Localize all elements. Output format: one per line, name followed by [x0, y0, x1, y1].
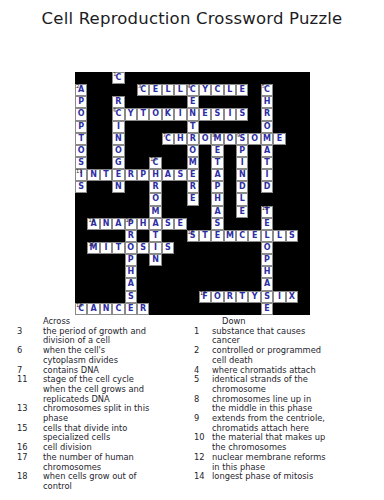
- grid-cell-black: [298, 193, 310, 205]
- cell-letter: R: [227, 293, 233, 301]
- grid-cell[interactable]: 7C: [162, 133, 174, 145]
- grid-cell[interactable]: O: [187, 145, 199, 157]
- cell-letter: E: [128, 305, 133, 313]
- grid-cell-black: [87, 266, 99, 278]
- cell-letter: E: [202, 110, 207, 118]
- grid-cell-black: [273, 96, 285, 108]
- grid-cell-black: [236, 278, 248, 290]
- grid-cell-black: [125, 181, 137, 193]
- cell-letter: A: [165, 171, 171, 179]
- grid-cell[interactable]: O: [261, 121, 273, 133]
- grid-cell[interactable]: A: [162, 169, 174, 181]
- grid-cell[interactable]: 9S: [236, 133, 248, 145]
- grid-cell-black: [187, 291, 199, 303]
- grid-cell-black: [248, 206, 260, 218]
- grid-cell[interactable]: A: [261, 278, 273, 290]
- cell-letter: O: [202, 135, 209, 143]
- grid-cell-black: [199, 96, 211, 108]
- grid-cell[interactable]: 11I: [75, 169, 87, 181]
- grid-cell[interactable]: M: [224, 230, 236, 242]
- grid-cell[interactable]: R: [125, 169, 137, 181]
- grid-cell[interactable]: 5C: [261, 84, 273, 96]
- clue-item-number: 6: [16, 346, 43, 356]
- cell-letter: O: [264, 123, 271, 131]
- grid-cell-black: [286, 133, 298, 145]
- grid-cell[interactable]: Y: [125, 108, 137, 120]
- grid-cell-black: [298, 266, 310, 278]
- grid-cell-black: [187, 242, 199, 254]
- grid-cell-black: [112, 278, 124, 290]
- grid-cell[interactable]: M: [261, 133, 273, 145]
- grid-cell[interactable]: S: [261, 291, 273, 303]
- grid-cell-black: [273, 278, 285, 290]
- grid-cell-black: [75, 218, 87, 230]
- clue-item-text: when cells grow out of control: [43, 472, 137, 491]
- grid-cell[interactable]: O: [199, 133, 211, 145]
- grid-cell[interactable]: E: [261, 303, 273, 315]
- grid-cell[interactable]: C: [236, 230, 248, 242]
- grid-cell-black: [162, 121, 174, 133]
- grid-cell[interactable]: I: [261, 169, 273, 181]
- grid-cell-black: [236, 218, 248, 230]
- grid-cell[interactable]: P: [75, 121, 87, 133]
- cell-letter: S: [239, 110, 245, 118]
- grid-cell-black: [100, 108, 112, 120]
- grid-cell-black: [125, 84, 137, 96]
- clue-item: 5identical strands of the chromosome: [193, 375, 377, 394]
- grid-cell-black: [199, 145, 211, 157]
- grid-cell[interactable]: Y: [199, 84, 211, 96]
- clue-item: 6when the cell's cytoplasm divides: [16, 346, 192, 365]
- clue-number: 8: [212, 133, 215, 138]
- grid-cell-black: [224, 72, 236, 84]
- grid-cell-black: [174, 157, 186, 169]
- grid-cell-black: [273, 157, 285, 169]
- grid-cell[interactable]: A: [87, 303, 99, 315]
- grid-cell-black: [248, 242, 260, 254]
- grid-cell[interactable]: L: [224, 84, 236, 96]
- grid-cell[interactable]: S: [125, 291, 137, 303]
- cell-letter: S: [289, 232, 295, 240]
- grid-cell-black: [137, 193, 149, 205]
- grid-cell[interactable]: 6C: [112, 108, 124, 120]
- grid-cell[interactable]: I: [224, 108, 236, 120]
- grid-cell-black: [137, 96, 149, 108]
- grid-cell[interactable]: I: [236, 157, 248, 169]
- cell-letter: S: [215, 220, 221, 228]
- clue-item-number: 15: [16, 424, 43, 434]
- cell-letter: Y: [128, 110, 134, 118]
- cell-letter: P: [239, 147, 245, 155]
- grid-cell[interactable]: O: [75, 108, 87, 120]
- cell-letter: E: [178, 220, 183, 228]
- grid-cell[interactable]: H: [125, 266, 137, 278]
- grid-cell[interactable]: T: [137, 108, 149, 120]
- grid-cell[interactable]: I: [149, 242, 161, 254]
- grid-cell-black: [273, 206, 285, 218]
- grid-cell[interactable]: T: [149, 230, 161, 242]
- grid-cell-black: [137, 133, 149, 145]
- grid-cell[interactable]: E: [211, 145, 223, 157]
- grid-cell-black: [87, 72, 99, 84]
- clue-item-number: 18: [16, 472, 43, 482]
- grid-cell[interactable]: T: [187, 121, 199, 133]
- grid-cell[interactable]: S: [211, 108, 223, 120]
- cell-letter: O: [152, 110, 159, 118]
- grid-cell-black: [162, 145, 174, 157]
- grid-cell[interactable]: E: [236, 206, 248, 218]
- grid-cell-black: [125, 121, 137, 133]
- grid-cell-black: [199, 157, 211, 169]
- grid-cell-black: [211, 254, 223, 266]
- grid-cell[interactable]: A: [261, 145, 273, 157]
- grid-cell-black: [286, 266, 298, 278]
- grid-cell[interactable]: N: [100, 303, 112, 315]
- grid-cell[interactable]: 17F: [199, 291, 211, 303]
- grid-cell[interactable]: E: [187, 169, 199, 181]
- grid-cell-black: [75, 291, 87, 303]
- grid-cell[interactable]: 4C: [187, 84, 199, 96]
- grid-cell[interactable]: E: [211, 230, 223, 242]
- grid-cell[interactable]: X: [286, 291, 298, 303]
- grid-cell-black: [75, 193, 87, 205]
- clue-number: 3: [138, 84, 141, 89]
- cell-letter: P: [78, 123, 84, 131]
- grid-cell-black: [87, 133, 99, 145]
- clue-item: 1substance that causes cancer: [193, 327, 377, 346]
- cell-letter: T: [264, 159, 269, 167]
- clue-item-text: nuclear membrane reforms in this phase: [212, 453, 326, 472]
- clue-item-text: identical strands of the chromosome: [212, 375, 308, 394]
- grid-cell[interactable]: O: [224, 133, 236, 145]
- grid-cell[interactable]: E: [199, 108, 211, 120]
- grid-cell[interactable]: 13A: [87, 218, 99, 230]
- grid-cell[interactable]: R: [224, 291, 236, 303]
- grid-cell-black: [137, 254, 149, 266]
- cell-letter: A: [115, 220, 121, 228]
- grid-cell[interactable]: E: [273, 133, 285, 145]
- grid-cell-black: [137, 291, 149, 303]
- grid-cell[interactable]: 12T: [261, 206, 273, 218]
- grid-cell[interactable]: L: [236, 193, 248, 205]
- grid-cell[interactable]: E: [187, 96, 199, 108]
- cell-letter: P: [215, 183, 221, 191]
- grid-cell[interactable]: N: [87, 169, 99, 181]
- grid-cell-black: [125, 193, 137, 205]
- grid-cell[interactable]: S: [211, 218, 223, 230]
- cell-letter: K: [165, 110, 171, 118]
- grid-cell-black: [298, 169, 310, 181]
- grid-cell[interactable]: H: [149, 169, 161, 181]
- grid-cell[interactable]: P: [75, 96, 87, 108]
- grid-cell-black: [224, 169, 236, 181]
- grid-cell-black: [75, 206, 87, 218]
- grid-cell[interactable]: A: [125, 278, 137, 290]
- grid-cell-black: [273, 169, 285, 181]
- grid-cell-black: [273, 242, 285, 254]
- grid-cell-black: [137, 181, 149, 193]
- clue-item-number: 13: [16, 404, 43, 414]
- grid-cell[interactable]: M: [149, 206, 161, 218]
- grid-cell[interactable]: P: [125, 254, 137, 266]
- clue-number: 14: [126, 218, 132, 223]
- grid-cell[interactable]: N: [187, 108, 199, 120]
- grid-cell[interactable]: A: [112, 218, 124, 230]
- grid-cell-black: [224, 96, 236, 108]
- cell-letter: T: [153, 232, 158, 240]
- grid-cell[interactable]: T: [211, 157, 223, 169]
- grid-cell-black: [87, 96, 99, 108]
- grid-cell[interactable]: H: [174, 133, 186, 145]
- grid-cell-black: [286, 242, 298, 254]
- clue-item-text: cells that divide into specialized cells: [43, 424, 127, 443]
- grid-cell-black: [211, 242, 223, 254]
- grid-cell-black: [100, 121, 112, 133]
- grid-cell[interactable]: L: [162, 84, 174, 96]
- grid-cell[interactable]: I: [273, 291, 285, 303]
- grid-cell-black: [248, 145, 260, 157]
- grid-cell[interactable]: T: [199, 230, 211, 242]
- grid-cell[interactable]: A: [211, 169, 223, 181]
- grid-cell-black: [211, 278, 223, 290]
- grid-cell-black: [125, 157, 137, 169]
- grid-cell-black: [137, 206, 149, 218]
- cell-letter: N: [90, 171, 97, 179]
- clue-item: 18when cells grow out of control: [16, 472, 192, 491]
- grid-cell-black: [224, 218, 236, 230]
- grid-cell[interactable]: I: [100, 242, 112, 254]
- clue-item-text: longest phase of mitosis: [212, 472, 313, 482]
- grid-cell[interactable]: H: [261, 96, 273, 108]
- grid-cell-black: [100, 133, 112, 145]
- grid-cell[interactable]: E: [149, 84, 161, 96]
- grid-cell[interactable]: P: [261, 254, 273, 266]
- clue-item-text: controlled or programmed cell death: [212, 346, 321, 365]
- grid-cell[interactable]: S: [137, 242, 149, 254]
- grid-cell[interactable]: E: [187, 193, 199, 205]
- grid-cell-black: [298, 218, 310, 230]
- clue-item-number: 8: [193, 395, 212, 405]
- grid-cell-black: [137, 230, 149, 242]
- grid-cell-black: [100, 96, 112, 108]
- cell-letter: M: [226, 232, 234, 240]
- grid-cell[interactable]: 3C: [137, 84, 149, 96]
- grid-cell-black: [236, 303, 248, 315]
- grid-cell-black: [286, 96, 298, 108]
- cell-letter: L: [178, 86, 183, 94]
- grid-cell-black: [286, 157, 298, 169]
- cell-letter: S: [165, 244, 171, 252]
- grid-cell[interactable]: L: [174, 84, 186, 96]
- grid-cell[interactable]: N: [112, 133, 124, 145]
- grid-cell-black: [199, 206, 211, 218]
- grid-cell[interactable]: H: [261, 266, 273, 278]
- clue-item: 12nuclear membrane reforms in this phase: [193, 453, 377, 472]
- grid-cell[interactable]: R: [137, 303, 149, 315]
- grid-cell[interactable]: O: [112, 145, 124, 157]
- grid-cell[interactable]: T: [261, 157, 273, 169]
- grid-cell[interactable]: R: [187, 133, 199, 145]
- clue-item-text: chromosomes split in this phase: [43, 404, 149, 423]
- grid-cell[interactable]: 15S: [187, 230, 199, 242]
- grid-cell-black: [87, 291, 99, 303]
- grid-cell[interactable]: 10C: [149, 157, 161, 169]
- clue-number: 18: [76, 303, 82, 308]
- cell-letter: S: [264, 293, 270, 301]
- grid-cell[interactable]: M: [187, 157, 199, 169]
- grid-cell[interactable]: E: [174, 218, 186, 230]
- cell-letter: L: [227, 86, 232, 94]
- grid-cell[interactable]: P: [137, 169, 149, 181]
- grid-cell-black: [248, 193, 260, 205]
- cell-letter: D: [239, 183, 246, 191]
- cell-letter: L: [265, 232, 270, 240]
- grid-cell[interactable]: E: [112, 169, 124, 181]
- grid-cell-black: [162, 157, 174, 169]
- cell-letter: O: [127, 244, 134, 252]
- cell-letter: L: [165, 86, 170, 94]
- grid-cell[interactable]: O: [248, 133, 260, 145]
- grid-cell-black: [162, 266, 174, 278]
- grid-cell[interactable]: S: [286, 230, 298, 242]
- grid-cell[interactable]: S: [174, 169, 186, 181]
- grid-cell[interactable]: D: [261, 181, 273, 193]
- grid-cell[interactable]: L: [273, 230, 285, 242]
- cell-letter: O: [78, 110, 85, 118]
- cell-letter: T: [140, 110, 145, 118]
- grid-cell-black: [162, 303, 174, 315]
- clue-item-text: when the cell's cytoplasm divides: [43, 346, 118, 365]
- cell-letter: I: [266, 171, 269, 179]
- grid-cell-black: [273, 121, 285, 133]
- grid-cell-black: [87, 108, 99, 120]
- grid-cell-black: [298, 96, 310, 108]
- grid-cell[interactable]: S: [162, 218, 174, 230]
- grid-cell[interactable]: D: [236, 181, 248, 193]
- clue-item-number: 11: [16, 375, 43, 385]
- grid-cell[interactable]: 14P: [125, 218, 137, 230]
- cell-letter: H: [140, 220, 147, 228]
- grid-cell[interactable]: P: [236, 145, 248, 157]
- cell-letter: T: [240, 293, 245, 301]
- grid-cell[interactable]: T: [75, 133, 87, 145]
- grid-cell[interactable]: L: [261, 230, 273, 242]
- grid-cell[interactable]: 1C: [112, 72, 124, 84]
- grid-cell-black: [224, 181, 236, 193]
- grid-cell[interactable]: O: [149, 108, 161, 120]
- grid-cell[interactable]: E: [248, 230, 260, 242]
- clue-item-text: extends from the centriole, chromatids a…: [212, 414, 325, 433]
- grid-cell[interactable]: C: [211, 84, 223, 96]
- grid-cell[interactable]: S: [75, 181, 87, 193]
- grid-cell-black: [137, 278, 149, 290]
- grid-cell[interactable]: A: [149, 218, 161, 230]
- grid-cell[interactable]: G: [112, 157, 124, 169]
- clue-number: 12: [262, 206, 268, 211]
- cell-letter: S: [78, 159, 84, 167]
- grid-cell-black: [298, 230, 310, 242]
- grid-cell-black: [100, 230, 112, 242]
- grid-cell[interactable]: O: [261, 242, 273, 254]
- cell-letter: O: [264, 244, 271, 252]
- grid-cell[interactable]: P: [211, 181, 223, 193]
- cell-letter: R: [190, 183, 196, 191]
- grid-cell-black: [174, 193, 186, 205]
- clue-item-number: 2: [193, 346, 212, 356]
- grid-cell-black: [125, 206, 137, 218]
- grid-cell-black: [174, 254, 186, 266]
- grid-cell[interactable]: S: [162, 242, 174, 254]
- grid-cell[interactable]: 8M: [211, 133, 223, 145]
- clue-number: 6: [113, 108, 116, 113]
- grid-cell-black: [298, 303, 310, 315]
- grid-cell[interactable]: O: [211, 291, 223, 303]
- grid-cell[interactable]: N: [112, 181, 124, 193]
- grid-cell[interactable]: R: [125, 230, 137, 242]
- grid-cell[interactable]: I: [112, 121, 124, 133]
- cell-letter: S: [165, 220, 171, 228]
- grid-cell[interactable]: T: [100, 169, 112, 181]
- grid-cell[interactable]: H: [137, 218, 149, 230]
- cell-letter: N: [152, 256, 159, 264]
- clue-item: 8chromosomes line up in the middle in th…: [193, 395, 377, 414]
- clue-item-number: 14: [193, 472, 212, 482]
- grid-cell[interactable]: K: [162, 108, 174, 120]
- grid-cell[interactable]: S: [236, 108, 248, 120]
- clue-item-text: the period of growth and division of a c…: [43, 327, 146, 346]
- clue-item: 15cells that divide into specialized cel…: [16, 424, 192, 443]
- grid-cell-black: [224, 206, 236, 218]
- grid-cell[interactable]: A: [211, 206, 223, 218]
- clue-item-text: substance that causes cancer: [212, 327, 305, 346]
- grid-cell[interactable]: O: [125, 242, 137, 254]
- grid-cell-black: [273, 193, 285, 205]
- grid-cell-black: [286, 108, 298, 120]
- cell-letter: E: [215, 147, 220, 155]
- cell-letter: X: [289, 293, 295, 301]
- grid-cell[interactable]: E: [236, 84, 248, 96]
- cell-letter: E: [116, 171, 121, 179]
- grid-cell[interactable]: 18C: [75, 303, 87, 315]
- grid-cell[interactable]: H: [211, 193, 223, 205]
- grid-cell[interactable]: Y: [248, 291, 260, 303]
- grid-cell-black: [286, 169, 298, 181]
- grid-cell[interactable]: I: [174, 108, 186, 120]
- grid-cell[interactable]: T: [112, 242, 124, 254]
- grid-cell[interactable]: E: [125, 303, 137, 315]
- grid-cell-black: [211, 121, 223, 133]
- grid-cell-black: [87, 278, 99, 290]
- grid-cell[interactable]: E: [261, 218, 273, 230]
- grid-cell[interactable]: N: [236, 169, 248, 181]
- grid-cell[interactable]: R: [149, 181, 161, 193]
- cell-letter: C: [215, 86, 221, 94]
- grid-cell[interactable]: O: [75, 145, 87, 157]
- cell-letter: R: [152, 183, 158, 191]
- grid-cell[interactable]: N: [100, 218, 112, 230]
- grid-cell[interactable]: R: [261, 108, 273, 120]
- grid-cell[interactable]: R: [187, 181, 199, 193]
- grid-cell[interactable]: O: [149, 193, 161, 205]
- grid-cell[interactable]: C: [112, 303, 124, 315]
- clue-item-number: 1: [193, 327, 212, 337]
- grid-cell[interactable]: T: [236, 291, 248, 303]
- cell-letter: I: [104, 244, 107, 252]
- grid-cell[interactable]: 2A: [75, 84, 87, 96]
- grid-cell[interactable]: N: [149, 254, 161, 266]
- grid-cell-black: [298, 181, 310, 193]
- grid-cell[interactable]: 16M: [87, 242, 99, 254]
